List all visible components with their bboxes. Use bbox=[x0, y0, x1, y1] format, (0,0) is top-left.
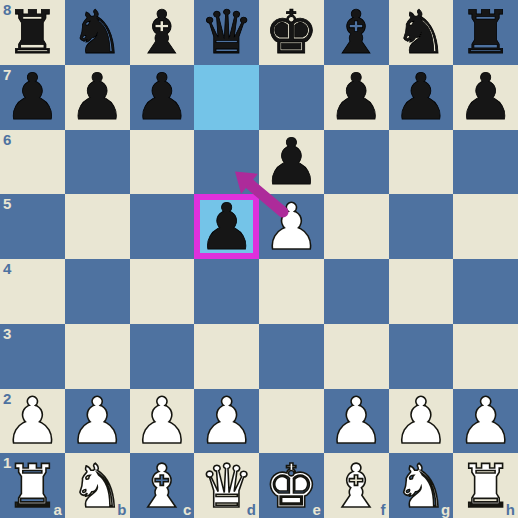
piece-white-bishop[interactable]: ♝ bbox=[130, 453, 195, 518]
square-e1[interactable]: e♚ bbox=[259, 453, 324, 518]
square-g6[interactable] bbox=[389, 130, 454, 195]
square-b4[interactable] bbox=[65, 259, 130, 324]
square-f8[interactable]: ♝ bbox=[324, 0, 389, 65]
square-g4[interactable] bbox=[389, 259, 454, 324]
square-d1[interactable]: d♛ bbox=[194, 453, 259, 518]
square-d8[interactable]: ♛ bbox=[194, 0, 259, 65]
piece-white-queen[interactable]: ♛ bbox=[194, 453, 259, 518]
square-h1[interactable]: h♜ bbox=[453, 453, 518, 518]
piece-white-rook[interactable]: ♜ bbox=[0, 453, 65, 518]
square-f5[interactable] bbox=[324, 194, 389, 259]
piece-black-bishop[interactable]: ♝ bbox=[130, 0, 195, 65]
piece-white-rook[interactable]: ♞ bbox=[389, 453, 454, 518]
piece-black-pawn[interactable]: ♟ bbox=[0, 65, 65, 130]
piece-white-pawn[interactable]: ♟ bbox=[194, 389, 259, 454]
piece-black-pawn[interactable]: ♟ bbox=[324, 65, 389, 130]
square-a1[interactable]: 1a♜ bbox=[0, 453, 65, 518]
square-c4[interactable] bbox=[130, 259, 195, 324]
square-f3[interactable] bbox=[324, 324, 389, 389]
piece-white-pawn[interactable]: ♟ bbox=[453, 389, 518, 454]
square-c5[interactable] bbox=[130, 194, 195, 259]
square-d4[interactable] bbox=[194, 259, 259, 324]
square-g5[interactable] bbox=[389, 194, 454, 259]
square-a3[interactable]: 3 bbox=[0, 324, 65, 389]
piece-black-pawn[interactable]: ♟ bbox=[194, 194, 259, 259]
square-h7[interactable]: ♟ bbox=[453, 65, 518, 130]
square-c1[interactable]: c♝ bbox=[130, 453, 195, 518]
square-h2[interactable]: ♟ bbox=[453, 389, 518, 454]
square-b2[interactable]: ♟ bbox=[65, 389, 130, 454]
square-e4[interactable] bbox=[259, 259, 324, 324]
piece-black-pawn[interactable]: ♟ bbox=[65, 65, 130, 130]
square-e5[interactable]: ♟ bbox=[259, 194, 324, 259]
rank-label-4: 4 bbox=[3, 260, 11, 277]
square-f6[interactable] bbox=[324, 130, 389, 195]
piece-white-bishop[interactable]: ♝ bbox=[324, 453, 389, 518]
piece-white-king[interactable]: ♚ bbox=[259, 453, 324, 518]
square-a5[interactable]: 5 bbox=[0, 194, 65, 259]
square-h4[interactable] bbox=[453, 259, 518, 324]
square-f1[interactable]: f♝ bbox=[324, 453, 389, 518]
chess-board-wrapper: 8♜♞♝♛♚♝♞♜7♟♟♟♟♟♟6♟5♟♟432♟♟♟♟♟♟♟1a♜b♞c♝d♛… bbox=[0, 0, 518, 518]
square-g8[interactable]: ♞ bbox=[389, 0, 454, 65]
square-h5[interactable] bbox=[453, 194, 518, 259]
square-b3[interactable] bbox=[65, 324, 130, 389]
square-d6[interactable] bbox=[194, 130, 259, 195]
piece-white-pawn[interactable]: ♟ bbox=[324, 389, 389, 454]
square-d3[interactable] bbox=[194, 324, 259, 389]
piece-white-rook[interactable]: ♜ bbox=[453, 453, 518, 518]
piece-black-pawn[interactable]: ♟ bbox=[389, 65, 454, 130]
square-d2[interactable]: ♟ bbox=[194, 389, 259, 454]
square-e2[interactable] bbox=[259, 389, 324, 454]
square-g3[interactable] bbox=[389, 324, 454, 389]
square-c6[interactable] bbox=[130, 130, 195, 195]
square-b7[interactable]: ♟ bbox=[65, 65, 130, 130]
square-e7[interactable] bbox=[259, 65, 324, 130]
square-b6[interactable] bbox=[65, 130, 130, 195]
square-c2[interactable]: ♟ bbox=[130, 389, 195, 454]
square-c7[interactable]: ♟ bbox=[130, 65, 195, 130]
piece-white-pawn[interactable]: ♟ bbox=[389, 389, 454, 454]
square-b8[interactable]: ♞ bbox=[65, 0, 130, 65]
chess-board: 8♜♞♝♛♚♝♞♜7♟♟♟♟♟♟6♟5♟♟432♟♟♟♟♟♟♟1a♜b♞c♝d♛… bbox=[0, 0, 518, 518]
piece-black-bishop[interactable]: ♝ bbox=[324, 0, 389, 65]
square-c3[interactable] bbox=[130, 324, 195, 389]
square-e3[interactable] bbox=[259, 324, 324, 389]
square-f7[interactable]: ♟ bbox=[324, 65, 389, 130]
square-c8[interactable]: ♝ bbox=[130, 0, 195, 65]
piece-white-pawn[interactable]: ♟ bbox=[0, 389, 65, 454]
piece-black-pawn[interactable]: ♟ bbox=[453, 65, 518, 130]
rank-label-5: 5 bbox=[3, 195, 11, 212]
piece-white-knight[interactable]: ♞ bbox=[65, 453, 130, 518]
piece-white-pawn[interactable]: ♟ bbox=[130, 389, 195, 454]
piece-white-pawn[interactable]: ♟ bbox=[259, 194, 324, 259]
piece-black-pawn[interactable]: ♟ bbox=[259, 130, 324, 195]
piece-black-king[interactable]: ♚ bbox=[259, 0, 324, 65]
piece-black-queen[interactable]: ♛ bbox=[194, 0, 259, 65]
piece-black-rook[interactable]: ♜ bbox=[0, 0, 65, 65]
square-h6[interactable] bbox=[453, 130, 518, 195]
square-a6[interactable]: 6 bbox=[0, 130, 65, 195]
square-b1[interactable]: b♞ bbox=[65, 453, 130, 518]
square-e6[interactable]: ♟ bbox=[259, 130, 324, 195]
piece-black-knight[interactable]: ♞ bbox=[389, 0, 454, 65]
square-g2[interactable]: ♟ bbox=[389, 389, 454, 454]
square-h8[interactable]: ♜ bbox=[453, 0, 518, 65]
square-e8[interactable]: ♚ bbox=[259, 0, 324, 65]
piece-black-rook[interactable]: ♜ bbox=[453, 0, 518, 65]
square-g1[interactable]: g♞ bbox=[389, 453, 454, 518]
square-b5[interactable] bbox=[65, 194, 130, 259]
square-a2[interactable]: 2♟ bbox=[0, 389, 65, 454]
square-f4[interactable] bbox=[324, 259, 389, 324]
piece-black-knight[interactable]: ♞ bbox=[65, 0, 130, 65]
square-a4[interactable]: 4 bbox=[0, 259, 65, 324]
piece-black-pawn[interactable]: ♟ bbox=[130, 65, 195, 130]
square-a8[interactable]: 8♜ bbox=[0, 0, 65, 65]
square-d5[interactable]: ♟ bbox=[194, 194, 259, 259]
piece-white-pawn[interactable]: ♟ bbox=[65, 389, 130, 454]
rank-label-3: 3 bbox=[3, 325, 11, 342]
square-f2[interactable]: ♟ bbox=[324, 389, 389, 454]
square-h3[interactable] bbox=[453, 324, 518, 389]
square-a7[interactable]: 7♟ bbox=[0, 65, 65, 130]
square-d7[interactable] bbox=[194, 65, 259, 130]
square-g7[interactable]: ♟ bbox=[389, 65, 454, 130]
